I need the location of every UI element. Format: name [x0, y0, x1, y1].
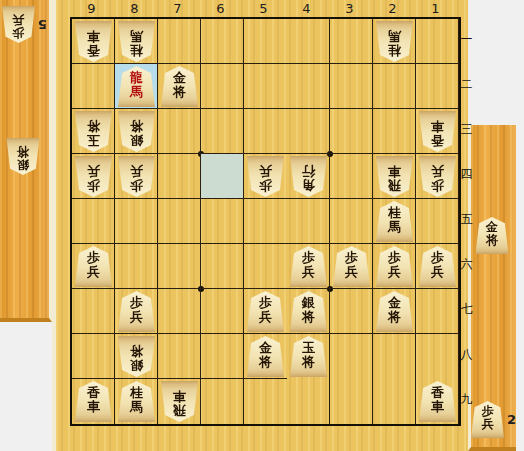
- shogi-piece[interactable]: 香車: [419, 111, 456, 152]
- shogi-piece[interactable]: 歩兵: [419, 246, 456, 287]
- piece-kanji: 歩: [431, 251, 444, 265]
- piece-kanji: 角: [302, 178, 315, 192]
- board-cell-28[interactable]: [373, 334, 416, 379]
- file-label: 2: [371, 1, 414, 16]
- board-cell-72[interactable]: 金将: [158, 64, 201, 109]
- rank-label: 七: [459, 287, 474, 332]
- piece-kanji: 馬: [130, 400, 143, 414]
- shogi-piece[interactable]: 歩兵: [247, 291, 284, 332]
- rank-label: 三: [459, 107, 474, 152]
- board-cell-34[interactable]: [330, 154, 373, 199]
- board-cell-67[interactable]: [201, 289, 244, 334]
- board-cell-36[interactable]: 歩兵: [330, 244, 373, 289]
- piece-kanji: 歩: [302, 251, 315, 265]
- board-cell-85[interactable]: [115, 199, 158, 244]
- piece-kanji: 銀: [302, 296, 315, 310]
- shogi-piece[interactable]: 歩兵: [333, 246, 370, 287]
- piece-kanji: 銀: [130, 358, 143, 372]
- file-label: 7: [156, 1, 199, 16]
- piece-kanji: 将: [388, 310, 401, 324]
- board-cell-84[interactable]: 歩兵: [115, 154, 158, 199]
- piece-kanji: 将: [130, 344, 143, 358]
- board-cell-69[interactable]: [201, 379, 244, 424]
- piece-kanji: 車: [431, 119, 444, 133]
- shogi-piece[interactable]: 歩兵: [247, 156, 284, 197]
- piece-kanji: 香: [431, 386, 444, 400]
- board-cell-83[interactable]: 銀将: [115, 109, 158, 154]
- shogi-piece[interactable]: 桂馬: [118, 21, 155, 62]
- piece-kanji: 将: [173, 85, 186, 99]
- shogi-piece[interactable]: 歩兵: [118, 291, 155, 332]
- shogi-piece[interactable]: 龍馬: [118, 66, 155, 107]
- board-cell-78[interactable]: [158, 334, 201, 379]
- piece-kanji: 桂: [130, 43, 143, 57]
- board-cell-56[interactable]: [244, 244, 287, 289]
- file-label: 8: [113, 1, 156, 16]
- board-cell-76[interactable]: [158, 244, 201, 289]
- piece-kanji: 兵: [388, 265, 401, 279]
- board-cell-65[interactable]: [201, 199, 244, 244]
- piece-kanji: 歩: [12, 26, 24, 39]
- board-cell-96[interactable]: 歩兵: [72, 244, 115, 289]
- shogi-piece[interactable]: 歩兵: [290, 246, 327, 287]
- shogi-piece[interactable]: 歩兵: [471, 401, 504, 438]
- board-cell-59[interactable]: [244, 379, 287, 424]
- piece-kanji: 金: [173, 71, 186, 85]
- board-cell-12[interactable]: [416, 64, 459, 109]
- shogi-piece[interactable]: 香車: [75, 381, 112, 422]
- shogi-piece[interactable]: 歩兵: [75, 246, 112, 287]
- piece-kanji: 馬: [388, 220, 401, 234]
- board-cell-82[interactable]: 龍馬: [115, 64, 158, 109]
- board-cell-55[interactable]: [244, 199, 287, 244]
- board-cell-74[interactable]: [158, 154, 201, 199]
- board-cell-37[interactable]: [330, 289, 373, 334]
- piece-kanji: 将: [17, 145, 29, 158]
- piece-kanji: 兵: [302, 265, 315, 279]
- sente-captured-tray: 金将歩兵2: [468, 125, 516, 451]
- piece-kanji: 将: [259, 355, 272, 369]
- board-cell-92[interactable]: [72, 64, 115, 109]
- rank-label: 二: [459, 62, 474, 107]
- shogi-app: 5歩兵銀将 金将歩兵2 987654321 一二三四五六七八九 香車桂馬桂馬龍馬…: [0, 0, 524, 451]
- board-cell-31[interactable]: [330, 19, 373, 64]
- board-cell-51[interactable]: [244, 19, 287, 64]
- board-cell-13[interactable]: 香車: [416, 109, 459, 154]
- hand-gote-item[interactable]: 銀将: [0, 138, 49, 175]
- board-cell-81[interactable]: 桂馬: [115, 19, 158, 64]
- board-cell-66[interactable]: [201, 244, 244, 289]
- board-cell-58[interactable]: 金将: [244, 334, 287, 379]
- piece-kanji: 歩: [431, 178, 444, 192]
- board-cell-29[interactable]: [373, 379, 416, 424]
- piece-kanji: 兵: [481, 418, 493, 431]
- piece-kanji: 車: [431, 400, 444, 414]
- shogi-piece[interactable]: 銀将: [290, 291, 327, 332]
- file-label: 6: [199, 1, 242, 16]
- board-cell-41[interactable]: [287, 19, 330, 64]
- rank-label: 六: [459, 242, 474, 287]
- board-cell-61[interactable]: [201, 19, 244, 64]
- file-label: 1: [414, 1, 457, 16]
- hand-count: 5: [38, 18, 47, 31]
- board-cell-47[interactable]: 銀将: [287, 289, 330, 334]
- rank-label: 四: [459, 152, 474, 197]
- shogi-piece[interactable]: 玉将: [290, 336, 327, 377]
- piece-kanji: 歩: [130, 296, 143, 310]
- shogi-piece[interactable]: 飛車: [376, 156, 413, 197]
- gote-captured-tray: 5歩兵銀将: [0, 0, 52, 322]
- piece-kanji: 兵: [259, 310, 272, 324]
- piece-kanji: 兵: [130, 164, 143, 178]
- shogi-piece[interactable]: 銀将: [118, 111, 155, 152]
- piece-kanji: 金: [259, 341, 272, 355]
- piece-kanji: 馬: [388, 29, 401, 43]
- piece-kanji: 兵: [431, 164, 444, 178]
- board-cell-54[interactable]: 歩兵: [244, 154, 287, 199]
- piece-kanji: 兵: [431, 265, 444, 279]
- board-cell-45[interactable]: [287, 199, 330, 244]
- piece-kanji: 香: [431, 133, 444, 147]
- piece-kanji: 飛: [173, 403, 186, 417]
- board-cell-86[interactable]: [115, 244, 158, 289]
- piece-kanji: 車: [87, 29, 100, 43]
- shogi-board: 香車桂馬桂馬龍馬金将玉将銀将香車歩兵歩兵歩兵角行飛車歩兵桂馬歩兵歩兵歩兵歩兵歩兵…: [70, 17, 461, 426]
- shogi-piece[interactable]: 香車: [419, 381, 456, 422]
- piece-kanji: 兵: [259, 164, 272, 178]
- board-cell-77[interactable]: [158, 289, 201, 334]
- piece-kanji: 銀: [17, 158, 29, 171]
- shogi-piece[interactable]: 歩兵: [75, 156, 112, 197]
- hand-count: 2: [507, 413, 516, 426]
- shogi-piece[interactable]: 歩兵: [2, 6, 35, 43]
- board-cell-97[interactable]: [72, 289, 115, 334]
- shogi-piece[interactable]: 桂馬: [376, 21, 413, 62]
- board-cell-19[interactable]: 香車: [416, 379, 459, 424]
- board-cell-22[interactable]: [373, 64, 416, 109]
- board-cell-62[interactable]: [201, 64, 244, 109]
- board-cell-14[interactable]: 歩兵: [416, 154, 459, 199]
- piece-kanji: 香: [87, 386, 100, 400]
- rank-label: 九: [459, 377, 474, 422]
- board-cell-79[interactable]: 飛車: [158, 379, 201, 424]
- board-cell-48[interactable]: 玉将: [287, 334, 330, 379]
- board-cell-15[interactable]: [416, 199, 459, 244]
- piece-kanji: 桂: [388, 206, 401, 220]
- board-cell-49[interactable]: [287, 379, 330, 424]
- board-cell-21[interactable]: 桂馬: [373, 19, 416, 64]
- piece-kanji: 兵: [130, 310, 143, 324]
- board-cell-88[interactable]: 銀将: [115, 334, 158, 379]
- board-cell-46[interactable]: 歩兵: [287, 244, 330, 289]
- shogi-piece[interactable]: 桂馬: [376, 201, 413, 242]
- shogi-piece[interactable]: 歩兵: [118, 156, 155, 197]
- file-label: 3: [328, 1, 371, 16]
- board-cell-68[interactable]: [201, 334, 244, 379]
- shogi-piece[interactable]: 歩兵: [419, 156, 456, 197]
- piece-kanji: 歩: [87, 251, 100, 265]
- piece-kanji: 兵: [87, 164, 100, 178]
- board-cell-23[interactable]: [373, 109, 416, 154]
- piece-kanji: 将: [87, 119, 100, 133]
- board-cell-43[interactable]: [287, 109, 330, 154]
- board-cell-75[interactable]: [158, 199, 201, 244]
- shogi-piece[interactable]: 角行: [290, 156, 327, 197]
- shogi-piece[interactable]: 金将: [247, 336, 284, 377]
- piece-kanji: 銀: [130, 133, 143, 147]
- board-cell-52[interactable]: [244, 64, 287, 109]
- piece-kanji: 金: [388, 296, 401, 310]
- board-cell-94[interactable]: 歩兵: [72, 154, 115, 199]
- piece-kanji: 歩: [259, 178, 272, 192]
- piece-kanji: 車: [87, 400, 100, 414]
- piece-kanji: 桂: [130, 386, 143, 400]
- piece-kanji: 玉: [87, 133, 100, 147]
- rank-label: 一: [459, 17, 474, 62]
- board-cell-18[interactable]: [416, 334, 459, 379]
- piece-kanji: 桂: [388, 43, 401, 57]
- board-cell-11[interactable]: [416, 19, 459, 64]
- piece-kanji: 馬: [130, 85, 143, 99]
- shogi-piece[interactable]: 金将: [476, 217, 509, 254]
- file-label: 5: [242, 1, 285, 16]
- piece-kanji: 兵: [87, 265, 100, 279]
- piece-kanji: 将: [130, 119, 143, 133]
- piece-kanji: 馬: [130, 29, 143, 43]
- board-cell-33[interactable]: [330, 109, 373, 154]
- board-cell-57[interactable]: 歩兵: [244, 289, 287, 334]
- shogi-piece[interactable]: 金将: [376, 291, 413, 332]
- board-cell-44[interactable]: 角行: [287, 154, 330, 199]
- board-cell-89[interactable]: 桂馬: [115, 379, 158, 424]
- shogi-piece[interactable]: 金将: [161, 66, 198, 107]
- board-cell-53[interactable]: [244, 109, 287, 154]
- piece-kanji: 行: [302, 164, 315, 178]
- hand-sente-item[interactable]: 歩兵2: [471, 401, 516, 438]
- piece-kanji: 将: [302, 355, 315, 369]
- shogi-piece[interactable]: 銀将: [7, 138, 40, 175]
- shogi-piece[interactable]: 桂馬: [118, 381, 155, 422]
- board-cell-16[interactable]: 歩兵: [416, 244, 459, 289]
- board-cell-39[interactable]: [330, 379, 373, 424]
- board-cell-93[interactable]: 玉将: [72, 109, 115, 154]
- board-cell-17[interactable]: [416, 289, 459, 334]
- board-cell-95[interactable]: [72, 199, 115, 244]
- board-cell-42[interactable]: [287, 64, 330, 109]
- file-coordinates: 987654321: [70, 1, 457, 16]
- board-cell-24[interactable]: 飛車: [373, 154, 416, 199]
- piece-kanji: 歩: [87, 178, 100, 192]
- board-cell-73[interactable]: [158, 109, 201, 154]
- shogi-piece[interactable]: 飛車: [161, 381, 198, 422]
- board-cell-71[interactable]: [158, 19, 201, 64]
- piece-kanji: 歩: [345, 251, 358, 265]
- piece-kanji: 車: [173, 389, 186, 403]
- board-cell-27[interactable]: 金将: [373, 289, 416, 334]
- board-cell-99[interactable]: 香車: [72, 379, 115, 424]
- board-cell-91[interactable]: 香車: [72, 19, 115, 64]
- piece-kanji: 歩: [259, 296, 272, 310]
- piece-kanji: 歩: [388, 251, 401, 265]
- board-cell-98[interactable]: [72, 334, 115, 379]
- board-cell-64[interactable]: [201, 154, 244, 199]
- piece-kanji: 兵: [345, 265, 358, 279]
- shogi-piece[interactable]: 香車: [75, 21, 112, 62]
- file-label: 4: [285, 1, 328, 16]
- shogi-piece[interactable]: 歩兵: [376, 246, 413, 287]
- shogi-piece[interactable]: 玉将: [75, 111, 112, 152]
- piece-kanji: 将: [302, 310, 315, 324]
- board-cell-87[interactable]: 歩兵: [115, 289, 158, 334]
- piece-kanji: 車: [388, 164, 401, 178]
- piece-kanji: 歩: [130, 178, 143, 192]
- board-cell-26[interactable]: 歩兵: [373, 244, 416, 289]
- piece-kanji: 将: [486, 234, 498, 247]
- rank-label: 八: [459, 332, 474, 377]
- file-label: 9: [70, 1, 113, 16]
- piece-kanji: 玉: [302, 341, 315, 355]
- hand-sente-item[interactable]: 金将: [471, 217, 516, 254]
- board-cell-38[interactable]: [330, 334, 373, 379]
- rank-label: 五: [459, 197, 474, 242]
- board-cell-63[interactable]: [201, 109, 244, 154]
- piece-kanji: 龍: [130, 71, 143, 85]
- board-cell-32[interactable]: [330, 64, 373, 109]
- piece-kanji: 香: [87, 43, 100, 57]
- piece-kanji: 兵: [12, 13, 24, 26]
- hand-gote-item[interactable]: 5歩兵: [0, 6, 49, 43]
- board-cell-25[interactable]: 桂馬: [373, 199, 416, 244]
- shogi-piece[interactable]: 銀将: [118, 336, 155, 377]
- rank-coordinates: 一二三四五六七八九: [459, 17, 474, 422]
- board-cell-35[interactable]: [330, 199, 373, 244]
- piece-kanji: 飛: [388, 178, 401, 192]
